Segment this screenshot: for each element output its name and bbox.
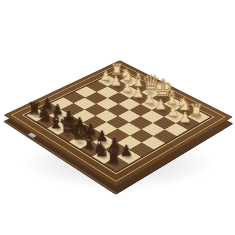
product-photo: ♜♞♝♛♚♝♞♜♟♟♟♟♟♟♟♟♟♟♟♟♟♟♟♟♜♞♝♛♚♝♞♜ [0,0,235,235]
piece-black-pawn: ♟ [39,97,55,110]
square-a4 [74,86,96,97]
piece-white-rook: ♜ [109,61,124,76]
square-f1: ♝ [163,98,185,110]
square-e8: ♚ [68,135,92,149]
square-a7: ♟ [38,103,61,115]
square-b8: ♞ [36,115,59,128]
